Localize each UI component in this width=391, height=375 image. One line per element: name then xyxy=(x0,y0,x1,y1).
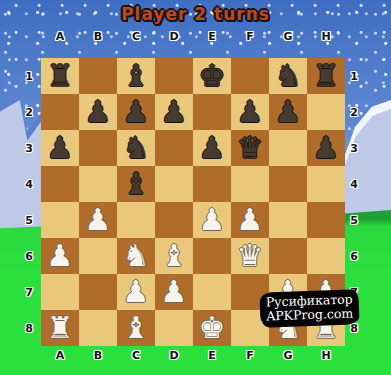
square-c8[interactable]: ♝ xyxy=(117,310,155,346)
file-label-f: F xyxy=(231,30,269,43)
square-g5[interactable] xyxy=(269,202,307,238)
square-d6[interactable]: ♝ xyxy=(155,238,193,274)
rank-label-1: 1 xyxy=(346,58,362,94)
black-pawn[interactable]: ♟ xyxy=(269,94,307,130)
black-rook[interactable]: ♜ xyxy=(41,58,79,94)
watermark-line2: APKProg.com xyxy=(266,306,353,323)
square-a1[interactable]: ♜ xyxy=(41,58,79,94)
black-knight[interactable]: ♞ xyxy=(117,130,155,166)
square-d2[interactable]: ♟ xyxy=(155,94,193,130)
black-king[interactable]: ♚ xyxy=(193,58,231,94)
square-c2[interactable]: ♟ xyxy=(117,94,155,130)
rank-label-8: 8 xyxy=(21,310,37,346)
file-label-f: F xyxy=(231,349,269,362)
rank-label-4: 4 xyxy=(21,166,37,202)
rank-labels-left: 12345678 xyxy=(21,58,37,346)
white-pawn[interactable]: ♟ xyxy=(231,202,269,238)
file-label-g: G xyxy=(269,349,307,362)
square-h3[interactable]: ♟ xyxy=(307,130,345,166)
watermark: Русификатор APKProg.com xyxy=(259,289,359,327)
black-pawn[interactable]: ♟ xyxy=(79,94,117,130)
square-c3[interactable]: ♞ xyxy=(117,130,155,166)
black-pawn[interactable]: ♟ xyxy=(117,94,155,130)
file-label-c: C xyxy=(117,349,155,362)
black-bishop[interactable]: ♝ xyxy=(117,58,155,94)
square-c5[interactable] xyxy=(117,202,155,238)
square-b4[interactable] xyxy=(79,166,117,202)
rank-label-6: 6 xyxy=(346,238,362,274)
square-d7[interactable]: ♟ xyxy=(155,274,193,310)
square-h6[interactable] xyxy=(307,238,345,274)
white-bishop[interactable]: ♝ xyxy=(155,238,193,274)
square-e3[interactable]: ♟ xyxy=(193,130,231,166)
square-h5[interactable] xyxy=(307,202,345,238)
black-pawn[interactable]: ♟ xyxy=(155,94,193,130)
white-queen[interactable]: ♛ xyxy=(231,238,269,274)
square-g4[interactable] xyxy=(269,166,307,202)
rank-label-3: 3 xyxy=(21,130,37,166)
square-a2[interactable] xyxy=(41,94,79,130)
file-label-b: B xyxy=(79,30,117,43)
file-label-g: G xyxy=(269,30,307,43)
square-d4[interactable] xyxy=(155,166,193,202)
square-e6[interactable] xyxy=(193,238,231,274)
white-pawn[interactable]: ♟ xyxy=(193,202,231,238)
square-b3[interactable] xyxy=(79,130,117,166)
square-a4[interactable] xyxy=(41,166,79,202)
file-label-c: C xyxy=(117,30,155,43)
white-rook[interactable]: ♜ xyxy=(41,310,79,346)
file-label-a: A xyxy=(41,30,79,43)
rank-label-1: 1 xyxy=(21,58,37,94)
square-c4[interactable]: ♝ xyxy=(117,166,155,202)
square-b2[interactable]: ♟ xyxy=(79,94,117,130)
black-pawn[interactable]: ♟ xyxy=(193,130,231,166)
square-f2[interactable]: ♟ xyxy=(231,94,269,130)
white-pawn[interactable]: ♟ xyxy=(79,202,117,238)
rank-label-5: 5 xyxy=(21,202,37,238)
square-f5[interactable]: ♟ xyxy=(231,202,269,238)
square-d3[interactable] xyxy=(155,130,193,166)
square-a3[interactable]: ♟ xyxy=(41,130,79,166)
square-e2[interactable] xyxy=(193,94,231,130)
file-label-h: H xyxy=(307,30,345,43)
white-pawn[interactable]: ♟ xyxy=(117,274,155,310)
rank-label-2: 2 xyxy=(346,94,362,130)
rank-label-2: 2 xyxy=(21,94,37,130)
square-b5[interactable]: ♟ xyxy=(79,202,117,238)
square-h4[interactable] xyxy=(307,166,345,202)
square-a5[interactable] xyxy=(41,202,79,238)
square-a7[interactable] xyxy=(41,274,79,310)
square-f3[interactable]: ♛ xyxy=(231,130,269,166)
square-e4[interactable] xyxy=(193,166,231,202)
square-d8[interactable] xyxy=(155,310,193,346)
square-c1[interactable]: ♝ xyxy=(117,58,155,94)
square-g1[interactable]: ♞ xyxy=(269,58,307,94)
square-f4[interactable] xyxy=(231,166,269,202)
square-a8[interactable]: ♜ xyxy=(41,310,79,346)
black-pawn[interactable]: ♟ xyxy=(307,130,345,166)
square-b1[interactable] xyxy=(79,58,117,94)
square-e7[interactable] xyxy=(193,274,231,310)
square-b7[interactable] xyxy=(79,274,117,310)
white-king[interactable]: ♚ xyxy=(193,310,231,346)
square-g2[interactable]: ♟ xyxy=(269,94,307,130)
rank-label-5: 5 xyxy=(346,202,362,238)
square-e1[interactable]: ♚ xyxy=(193,58,231,94)
black-pawn[interactable]: ♟ xyxy=(41,130,79,166)
file-labels-bottom: ABCDEFGH xyxy=(41,349,345,362)
square-h1[interactable]: ♜ xyxy=(307,58,345,94)
white-bishop[interactable]: ♝ xyxy=(117,310,155,346)
white-knight[interactable]: ♞ xyxy=(117,238,155,274)
square-a6[interactable]: ♟ xyxy=(41,238,79,274)
square-b6[interactable] xyxy=(79,238,117,274)
file-label-d: D xyxy=(155,349,193,362)
black-knight[interactable]: ♞ xyxy=(269,58,307,94)
rank-label-3: 3 xyxy=(346,130,362,166)
square-h2[interactable] xyxy=(307,94,345,130)
file-label-e: E xyxy=(193,30,231,43)
black-queen[interactable]: ♛ xyxy=(231,130,269,166)
file-label-d: D xyxy=(155,30,193,43)
square-e5[interactable]: ♟ xyxy=(193,202,231,238)
white-pawn[interactable]: ♟ xyxy=(155,274,193,310)
square-e8[interactable]: ♚ xyxy=(193,310,231,346)
black-rook[interactable]: ♜ xyxy=(307,58,345,94)
square-g3[interactable] xyxy=(269,130,307,166)
file-labels-top: ABCDEFGH xyxy=(41,30,345,43)
rank-label-6: 6 xyxy=(21,238,37,274)
square-g6[interactable] xyxy=(269,238,307,274)
square-d1[interactable] xyxy=(155,58,193,94)
square-c7[interactable]: ♟ xyxy=(117,274,155,310)
rank-label-7: 7 xyxy=(21,274,37,310)
square-b8[interactable] xyxy=(79,310,117,346)
black-pawn[interactable]: ♟ xyxy=(231,94,269,130)
square-f1[interactable] xyxy=(231,58,269,94)
file-label-b: B xyxy=(79,349,117,362)
white-pawn[interactable]: ♟ xyxy=(41,238,79,274)
file-label-a: A xyxy=(41,349,79,362)
square-c6[interactable]: ♞ xyxy=(117,238,155,274)
file-label-e: E xyxy=(193,349,231,362)
square-d5[interactable] xyxy=(155,202,193,238)
file-label-h: H xyxy=(307,349,345,362)
game-scene: Player 2 turns ABCDEFGH 12345678 1234567… xyxy=(0,0,391,375)
turn-indicator: Player 2 turns xyxy=(0,4,391,24)
square-f6[interactable]: ♛ xyxy=(231,238,269,274)
rank-label-4: 4 xyxy=(346,166,362,202)
black-bishop[interactable]: ♝ xyxy=(117,166,155,202)
